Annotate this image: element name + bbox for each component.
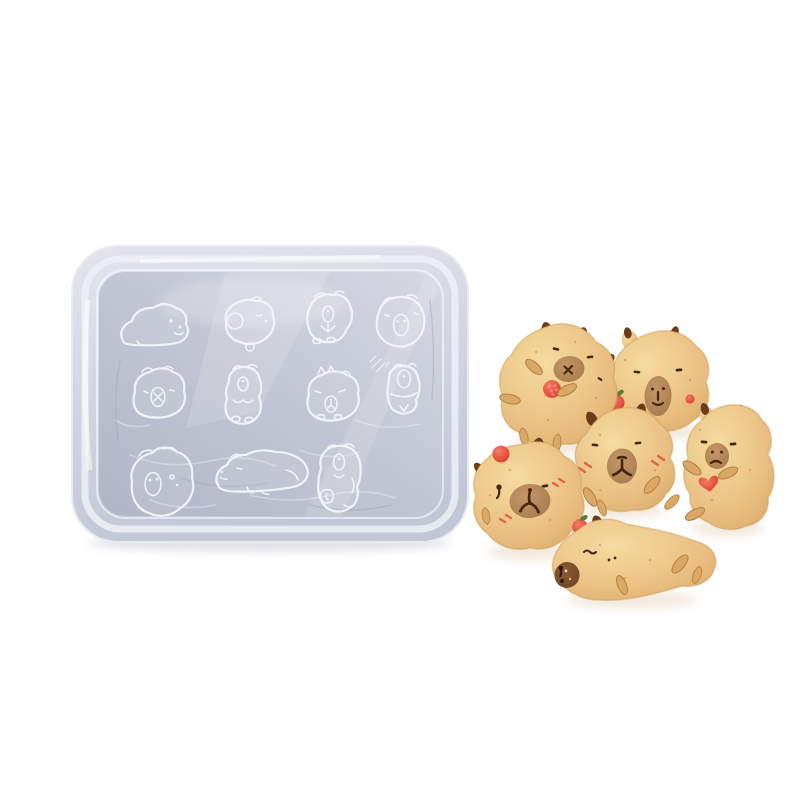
silicone-mold <box>72 246 468 542</box>
cavity-capybara-curled-leg <box>318 444 361 512</box>
cavity-capybara-face <box>377 295 425 347</box>
cavity-capybara-standing <box>225 365 261 424</box>
red-cheek-dot <box>686 395 695 404</box>
cavity-capybara-face-large <box>131 447 193 515</box>
red-candy-ball <box>492 445 509 462</box>
muzzle <box>705 443 729 469</box>
cookie-capybara-lying <box>552 514 716 601</box>
cavity-capybara-small-sitting <box>388 364 420 414</box>
product-photo <box>0 0 800 800</box>
cookie-body <box>552 519 716 600</box>
